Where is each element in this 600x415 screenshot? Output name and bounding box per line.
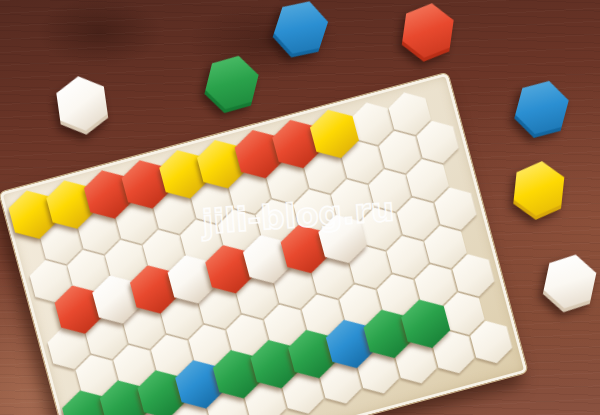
loose-tile-white[interactable] (54, 73, 109, 134)
scene: jili-blog.ru (0, 0, 600, 415)
loose-tile-yellow[interactable] (512, 159, 565, 219)
loose-tile-red[interactable] (400, 0, 455, 61)
